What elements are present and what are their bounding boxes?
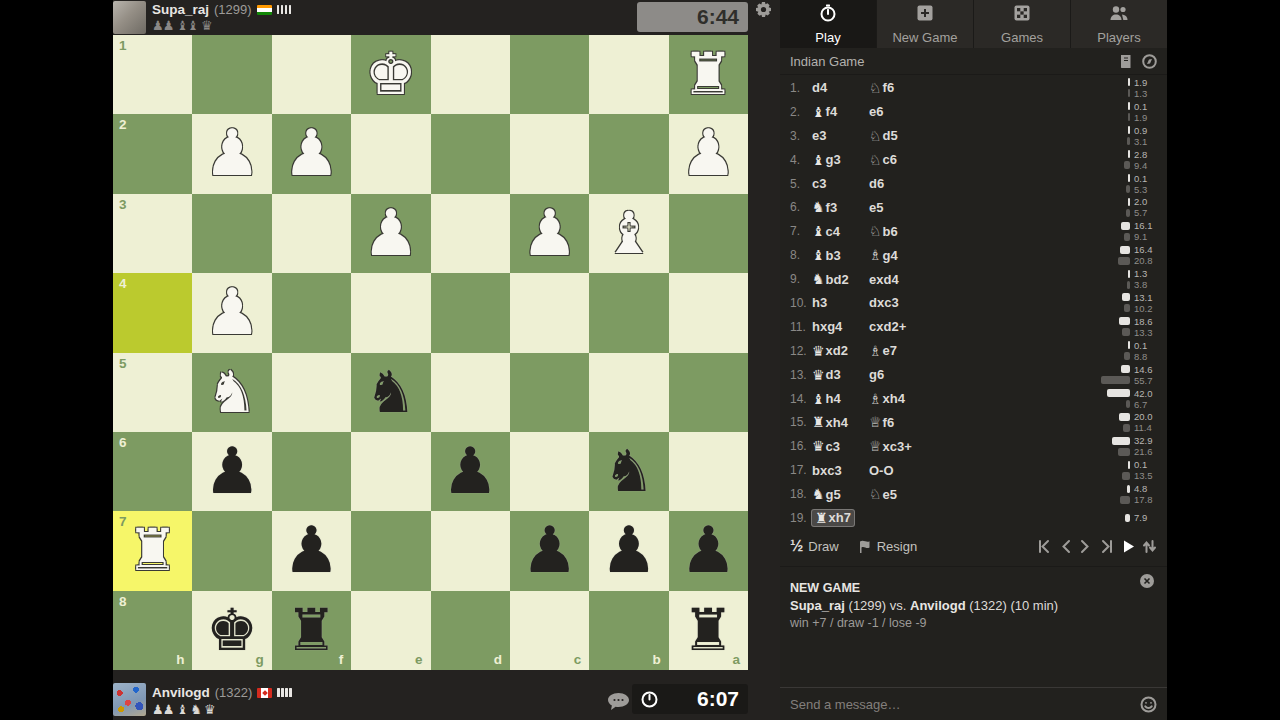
black-knight-b6[interactable]: ♞ xyxy=(589,432,668,511)
time-bar xyxy=(1121,365,1130,373)
move-times: 0.93.1 xyxy=(1127,124,1161,148)
black-move[interactable]: ♘d5 xyxy=(869,128,926,144)
connection-signal-icon xyxy=(277,5,292,14)
time-value: 2.0 xyxy=(1134,196,1161,207)
time-value: 32.9 xyxy=(1134,435,1161,446)
tab-label: Games xyxy=(1001,30,1043,45)
move-row-13: 13.♛d3g614.655.7 xyxy=(780,363,1167,387)
games-grid-icon xyxy=(1013,4,1031,26)
square-h2[interactable]: 2 xyxy=(113,114,192,193)
white-move[interactable]: e3 xyxy=(812,128,869,143)
square-e4[interactable] xyxy=(351,273,430,352)
autoplay-icon[interactable] xyxy=(1122,539,1135,554)
rating-odds: win +7 / draw -1 / lose -9 xyxy=(790,616,1157,630)
black-pawn-a7[interactable]: ♟ xyxy=(669,511,748,590)
move-row-1: 1.d4♘f61.91.3 xyxy=(780,76,1167,100)
time-value: 1.9 xyxy=(1134,112,1161,123)
square-c4[interactable] xyxy=(510,273,589,352)
time-value: 3.1 xyxy=(1134,136,1161,147)
tab-players[interactable]: Players xyxy=(1071,0,1167,48)
square-d6[interactable]: ♟ xyxy=(431,432,510,511)
white-move[interactable]: ♞g5 xyxy=(812,486,869,502)
square-a3[interactable] xyxy=(669,194,748,273)
square-e1[interactable]: ♚ xyxy=(351,35,430,114)
square-d2[interactable] xyxy=(431,114,510,193)
black-move[interactable]: exd4 xyxy=(869,272,926,287)
square-d4[interactable] xyxy=(431,273,510,352)
move-number: 15. xyxy=(790,415,812,429)
white-piece-icon: ♜ xyxy=(812,414,825,430)
square-f3[interactable] xyxy=(272,194,351,273)
move-row-9: 9.♞bd2exd41.33.8 xyxy=(780,267,1167,291)
square-g3[interactable] xyxy=(192,194,271,273)
black-move[interactable]: cxd2+ xyxy=(869,319,926,334)
time-value: 20.0 xyxy=(1134,411,1161,422)
square-a1[interactable]: ♜ xyxy=(669,35,748,114)
square-a6[interactable] xyxy=(669,432,748,511)
time-value: 9.4 xyxy=(1134,160,1161,171)
move-row-11: 11.hxg4cxd2+18.613.3 xyxy=(780,315,1167,339)
square-a5[interactable] xyxy=(669,353,748,432)
move-times: 16.19.1 xyxy=(1121,219,1161,243)
square-a8[interactable]: a♜ xyxy=(669,591,748,670)
square-c8[interactable]: c xyxy=(510,591,589,670)
white-move[interactable]: hxg4 xyxy=(812,319,869,334)
white-move[interactable]: bxc3 xyxy=(812,463,869,478)
go-end-icon[interactable] xyxy=(1099,539,1115,554)
black-move[interactable]: ♕xc3+ xyxy=(869,438,926,454)
move-times: 2.89.4 xyxy=(1124,148,1161,172)
app-window: Supa_raj (1299) ♟♟ ♝♝ ♛ 6:44 1♚♜2♟♟♟3♟♟♝… xyxy=(113,0,1167,720)
time-value: 0.9 xyxy=(1134,125,1161,136)
move-times: 14.655.7 xyxy=(1101,363,1161,387)
square-d7[interactable] xyxy=(431,511,510,590)
matchup-line: Supa_raj (1299) vs. Anvilogd (1322) (10 … xyxy=(790,598,1157,613)
chat-bubble-icon[interactable] xyxy=(607,692,630,711)
white-pawn-g2[interactable]: ♟ xyxy=(192,114,271,193)
time-value: 1.3 xyxy=(1134,88,1161,99)
white-bishop-b3[interactable]: ♝ xyxy=(589,194,668,273)
players-icon xyxy=(1109,4,1129,26)
rank-label: 8 xyxy=(119,594,127,609)
black-move[interactable]: d6 xyxy=(869,176,926,191)
white-rook-a1[interactable]: ♜ xyxy=(669,35,748,114)
tab-games[interactable]: Games xyxy=(974,0,1071,48)
square-f8[interactable]: f♜ xyxy=(272,591,351,670)
player-rating: (1322) xyxy=(215,685,253,700)
move-times: 7.9 xyxy=(1125,506,1161,530)
move-number: 7. xyxy=(790,224,812,238)
square-f7[interactable]: ♟ xyxy=(272,511,351,590)
square-h8[interactable]: 8h xyxy=(113,591,192,670)
move-times: 1.33.8 xyxy=(1127,267,1161,291)
white-knight-g5[interactable]: ♞ xyxy=(192,353,271,432)
move-row-16: 16.♛c3♕xc3+32.921.6 xyxy=(780,434,1167,458)
time-bar xyxy=(1119,317,1130,325)
move-number: 18. xyxy=(790,487,812,501)
canada-flag-icon xyxy=(257,688,272,698)
rank-label: 6 xyxy=(119,435,127,450)
file-label: c xyxy=(574,652,582,667)
explorer-compass-icon[interactable] xyxy=(1142,54,1157,69)
move-number: 19. xyxy=(790,511,812,525)
white-rook-h7[interactable]: ♜ xyxy=(113,511,192,590)
player-clock: 6:07 xyxy=(632,684,748,714)
board-column: Supa_raj (1299) ♟♟ ♝♝ ♛ 6:44 1♚♜2♟♟♟3♟♟♝… xyxy=(113,0,780,720)
move-number: 2. xyxy=(790,105,812,119)
move-times: 42.06.7 xyxy=(1107,387,1161,411)
black-move[interactable]: e6 xyxy=(869,104,926,119)
black-move[interactable]: ♘b6 xyxy=(869,223,926,239)
black-move[interactable]: ♘c6 xyxy=(869,152,926,168)
draw-button[interactable]: Draw xyxy=(808,539,838,554)
game-controls: ½ Draw Resign xyxy=(780,533,1167,559)
move-row-15: 15.♜xh4♕f620.011.4 xyxy=(780,410,1167,434)
black-knight-e5[interactable]: ♞ xyxy=(351,353,430,432)
white-move[interactable]: ♛xd2 xyxy=(812,343,869,359)
black-move[interactable]: g6 xyxy=(869,367,926,382)
black-rook-f8[interactable]: ♜ xyxy=(272,591,351,670)
move-navigation xyxy=(1036,539,1157,554)
move-row-2: 2.♝f4e60.11.9 xyxy=(780,100,1167,124)
square-g1[interactable] xyxy=(192,35,271,114)
white-pawn-f2[interactable]: ♟ xyxy=(272,114,351,193)
square-f1[interactable] xyxy=(272,35,351,114)
square-h7[interactable]: 7♜ xyxy=(113,511,192,590)
square-b5[interactable] xyxy=(589,353,668,432)
move-row-3: 3.e3♘d50.93.1 xyxy=(780,124,1167,148)
white-pawn-g4[interactable]: ♟ xyxy=(192,273,271,352)
time-bar xyxy=(1107,389,1130,397)
square-d5[interactable] xyxy=(431,353,510,432)
white-move[interactable]: h3 xyxy=(812,295,869,310)
chess-app-screenshot: Supa_raj (1299) ♟♟ ♝♝ ♛ 6:44 1♚♜2♟♟♟3♟♟♝… xyxy=(0,0,1280,720)
move-times: 0.11.9 xyxy=(1128,100,1161,124)
square-c6[interactable] xyxy=(510,432,589,511)
move-times: 0.113.5 xyxy=(1122,458,1161,482)
square-f5[interactable] xyxy=(272,353,351,432)
white-piece-icon: ♛ xyxy=(812,367,825,383)
chat-input[interactable]: Send a message… xyxy=(790,697,1140,712)
white-move[interactable]: ♛c3 xyxy=(812,438,869,454)
square-g7[interactable] xyxy=(192,511,271,590)
time-value: 0.1 xyxy=(1134,340,1161,351)
tab-label: New Game xyxy=(892,30,957,45)
white-move[interactable]: ♝h4 xyxy=(812,391,869,407)
stopwatch-icon xyxy=(819,4,837,26)
white-move[interactable]: ♝g3 xyxy=(812,152,869,168)
player-name[interactable]: Supa_raj xyxy=(152,2,209,17)
square-h1[interactable]: 1 xyxy=(113,35,192,114)
time-bar xyxy=(1122,328,1130,336)
player-info: Supa_raj (1299) xyxy=(152,2,291,17)
black-king-g8[interactable]: ♚ xyxy=(192,591,271,670)
time-value: 42.0 xyxy=(1134,388,1161,399)
time-bar xyxy=(1128,150,1130,158)
white-move[interactable]: ♞bd2 xyxy=(812,271,869,287)
white-piece-icon: ♞ xyxy=(812,199,825,215)
time-bar xyxy=(1122,472,1130,480)
white-move[interactable]: ♛d3 xyxy=(812,367,869,383)
square-b3[interactable]: ♝ xyxy=(589,194,668,273)
white-move[interactable]: ♝c4 xyxy=(812,223,869,239)
white-piece-icon: ♝ xyxy=(812,247,825,263)
time-value: 10.2 xyxy=(1134,303,1161,314)
time-value: 0.1 xyxy=(1134,101,1161,112)
square-b6[interactable]: ♞ xyxy=(589,432,668,511)
square-e3[interactable]: ♟ xyxy=(351,194,430,273)
clock-icon xyxy=(641,691,658,708)
player-info: Anvilogd (1322) xyxy=(152,685,292,700)
time-bar xyxy=(1124,233,1130,241)
time-bar xyxy=(1120,496,1130,504)
tab-play[interactable]: Play xyxy=(780,0,877,48)
move-row-19: 19.♜xh77.9 xyxy=(780,506,1167,530)
white-move[interactable]: c3 xyxy=(812,176,869,191)
tab-label: Players xyxy=(1097,30,1140,45)
move-times: 16.420.8 xyxy=(1118,243,1161,267)
time-bar xyxy=(1123,424,1130,432)
move-number: 1. xyxy=(790,81,812,95)
new-game-section: NEW GAME Supa_raj (1299) vs. Anvilogd (1… xyxy=(780,566,1167,630)
white-move[interactable]: ♜xh7 xyxy=(812,510,869,526)
time-value: 18.6 xyxy=(1134,316,1161,327)
square-b1[interactable] xyxy=(589,35,668,114)
move-number: 9. xyxy=(790,272,812,286)
time-value: 13.5 xyxy=(1134,470,1161,481)
black-move[interactable]: dxc3 xyxy=(869,295,926,310)
white-piece-icon: ♝ xyxy=(812,391,825,407)
move-number: 14. xyxy=(790,392,812,406)
time-bar xyxy=(1124,161,1130,169)
time-value: 2.8 xyxy=(1134,149,1161,160)
square-g2[interactable]: ♟ xyxy=(192,114,271,193)
chat-muted-icon[interactable] xyxy=(1139,573,1155,589)
square-e8[interactable]: e xyxy=(351,591,430,670)
black-pawn-c7[interactable]: ♟ xyxy=(510,511,589,590)
flip-board-icon[interactable] xyxy=(1142,539,1157,554)
square-h4[interactable]: 4 xyxy=(113,273,192,352)
move-row-18: 18.♞g5♘e54.817.8 xyxy=(780,482,1167,506)
black-move[interactable]: ♗e7 xyxy=(869,343,926,359)
back-icon[interactable] xyxy=(1059,539,1072,554)
square-h5[interactable]: 5 xyxy=(113,353,192,432)
black-piece-icon: ♘ xyxy=(869,152,882,168)
square-c3[interactable]: ♟ xyxy=(510,194,589,273)
black-piece-icon: ♗ xyxy=(869,343,882,359)
black-piece-icon: ♘ xyxy=(869,486,882,502)
opening-name: Indian Game xyxy=(790,54,1118,69)
opponent-bar: Supa_raj (1299) ♟♟ ♝♝ ♛ 6:44 xyxy=(113,0,780,35)
white-piece-icon: ♞ xyxy=(812,271,825,287)
resign-button[interactable]: Resign xyxy=(877,539,917,554)
move-number: 6. xyxy=(790,200,812,214)
connection-signal-icon xyxy=(277,688,292,697)
black-pawn-b7[interactable]: ♟ xyxy=(589,511,668,590)
square-d8[interactable]: d xyxy=(431,591,510,670)
go-start-icon[interactable] xyxy=(1036,539,1052,554)
square-d1[interactable] xyxy=(431,35,510,114)
black-pawn-d6[interactable]: ♟ xyxy=(431,432,510,511)
square-g8[interactable]: g♚ xyxy=(192,591,271,670)
tab-new-game[interactable]: New Game xyxy=(877,0,974,48)
square-e7[interactable] xyxy=(351,511,430,590)
square-d3[interactable] xyxy=(431,194,510,273)
black-move[interactable]: e5 xyxy=(869,200,926,215)
move-times: 0.18.8 xyxy=(1124,339,1161,363)
time-bar xyxy=(1128,113,1130,121)
black-piece-icon: ♘ xyxy=(869,128,882,144)
square-c1[interactable] xyxy=(510,35,589,114)
white-piece-icon: ♝ xyxy=(812,223,825,239)
square-e2[interactable] xyxy=(351,114,430,193)
square-h6[interactable]: 6 xyxy=(113,432,192,511)
time-bar xyxy=(1126,209,1130,217)
white-move[interactable]: ♝b3 xyxy=(812,247,869,263)
square-b8[interactable]: b xyxy=(589,591,668,670)
move-times: 20.011.4 xyxy=(1119,410,1161,434)
time-bar xyxy=(1118,448,1130,456)
square-g4[interactable]: ♟ xyxy=(192,273,271,352)
player-bar: Anvilogd (1322) ♟♟ ♝ ♞ ♛ 6:07 xyxy=(113,683,780,718)
time-bar xyxy=(1112,437,1130,445)
time-bar xyxy=(1128,198,1130,206)
file-label: h xyxy=(176,652,184,667)
time-value: 3.8 xyxy=(1134,279,1161,290)
time-bar xyxy=(1128,174,1130,182)
black-rook-a8[interactable]: ♜ xyxy=(669,591,748,670)
opening-row: Indian Game xyxy=(780,48,1167,75)
square-g6[interactable]: ♟ xyxy=(192,432,271,511)
time-value: 13.3 xyxy=(1134,327,1161,338)
time-value: 14.6 xyxy=(1134,364,1161,375)
time-value: 9.1 xyxy=(1134,231,1161,242)
move-times: 0.15.3 xyxy=(1126,172,1161,196)
rank-label: 4 xyxy=(119,276,127,291)
white-piece-icon: ♝ xyxy=(812,104,825,120)
square-c5[interactable] xyxy=(510,353,589,432)
player-clock-time: 6:07 xyxy=(697,687,739,711)
move-times: 32.921.6 xyxy=(1112,434,1161,458)
square-a4[interactable] xyxy=(669,273,748,352)
time-bar xyxy=(1127,485,1130,493)
time-bar xyxy=(1126,185,1130,193)
time-value: 16.4 xyxy=(1134,244,1161,255)
time-value: 55.7 xyxy=(1134,375,1161,386)
opponent-clock: 6:44 xyxy=(637,2,748,32)
square-f6[interactable] xyxy=(272,432,351,511)
opening-book-icon[interactable] xyxy=(1118,54,1133,69)
player-name[interactable]: Anvilogd xyxy=(152,685,210,700)
resign-flag-icon[interactable] xyxy=(857,539,872,554)
white-king-e1[interactable]: ♚ xyxy=(351,35,430,114)
tab-label: Play xyxy=(815,30,840,45)
time-value: 4.8 xyxy=(1134,483,1161,494)
white-move[interactable]: d4 xyxy=(812,80,869,95)
time-bar xyxy=(1127,137,1130,145)
black-move[interactable]: ♗xh4 xyxy=(869,391,926,407)
time-value: 20.8 xyxy=(1134,255,1161,266)
white-pawn-a2[interactable]: ♟ xyxy=(669,114,748,193)
white-piece-icon: ♝ xyxy=(812,152,825,168)
move-row-6: 6.♞f3e52.05.7 xyxy=(780,195,1167,219)
time-bar xyxy=(1121,222,1130,230)
move-number: 16. xyxy=(790,439,812,453)
forward-icon[interactable] xyxy=(1079,539,1092,554)
white-pawn-c3[interactable]: ♟ xyxy=(510,194,589,273)
square-h3[interactable]: 3 xyxy=(113,194,192,273)
time-bar xyxy=(1125,514,1130,522)
square-e5[interactable]: ♞ xyxy=(351,353,430,432)
time-bar xyxy=(1128,126,1130,134)
captured-pieces: ♟♟ ♝♝ ♛ xyxy=(152,18,212,33)
white-piece-icon: ♛ xyxy=(812,343,825,359)
time-value: 13.1 xyxy=(1134,292,1161,303)
sidebar-tabs: PlayNew GameGamesPlayers xyxy=(780,0,1167,48)
settings-gear-icon[interactable] xyxy=(755,2,772,19)
black-piece-icon: ♕ xyxy=(869,414,882,430)
black-move[interactable]: ♘e5 xyxy=(869,486,926,502)
square-a7[interactable]: ♟ xyxy=(669,511,748,590)
square-b2[interactable] xyxy=(589,114,668,193)
square-f4[interactable] xyxy=(272,273,351,352)
square-f2[interactable]: ♟ xyxy=(272,114,351,193)
square-a2[interactable]: ♟ xyxy=(669,114,748,193)
time-value: 8.8 xyxy=(1134,351,1161,362)
black-move[interactable]: ♗g4 xyxy=(869,247,926,263)
black-move[interactable]: ♕f6 xyxy=(869,414,926,430)
time-bar xyxy=(1128,89,1130,97)
chat-input-bar: Send a message… xyxy=(780,687,1167,720)
draw-half-glyph[interactable]: ½ xyxy=(790,537,803,555)
time-bar xyxy=(1128,270,1130,278)
move-times: 4.817.8 xyxy=(1120,482,1161,506)
avatar[interactable] xyxy=(113,1,146,34)
move-number: 12. xyxy=(790,344,812,358)
time-bar xyxy=(1120,246,1130,254)
avatar[interactable] xyxy=(113,683,146,716)
game-sidebar: PlayNew GameGamesPlayers Indian Game 1.d… xyxy=(780,0,1167,720)
captured-pieces: ♟♟ ♝ ♞ ♛ xyxy=(152,702,215,717)
square-b7[interactable]: ♟ xyxy=(589,511,668,590)
black-move[interactable]: O-O xyxy=(869,463,926,478)
black-piece-icon: ♗ xyxy=(869,247,882,263)
time-bar xyxy=(1128,461,1130,469)
black-pawn-f7[interactable]: ♟ xyxy=(272,511,351,590)
white-move[interactable]: ♜xh4 xyxy=(812,414,869,430)
white-piece-icon: ♛ xyxy=(812,438,825,454)
white-move[interactable]: ♝f4 xyxy=(812,104,869,120)
chess-board: 1♚♜2♟♟♟3♟♟♝4♟5♞♞6♟♟♞7♜♟♟♟♟8hg♚f♜edcba♜ xyxy=(113,35,748,670)
black-piece-icon: ♘ xyxy=(869,80,882,96)
time-bar xyxy=(1118,257,1130,265)
square-c2[interactable] xyxy=(510,114,589,193)
square-e6[interactable] xyxy=(351,432,430,511)
square-g5[interactable]: ♞ xyxy=(192,353,271,432)
black-move[interactable]: ♘f6 xyxy=(869,80,926,96)
time-bar xyxy=(1124,304,1130,312)
black-piece-icon: ♘ xyxy=(869,223,882,239)
square-c7[interactable]: ♟ xyxy=(510,511,589,590)
move-number: 10. xyxy=(790,296,812,310)
emoji-smiley-icon[interactable] xyxy=(1140,696,1157,713)
time-value: 5.3 xyxy=(1134,184,1161,195)
time-value: 21.6 xyxy=(1134,446,1161,457)
white-move[interactable]: ♞f3 xyxy=(812,199,869,215)
black-pawn-g6[interactable]: ♟ xyxy=(192,432,271,511)
white-pawn-e3[interactable]: ♟ xyxy=(351,194,430,273)
square-b4[interactable] xyxy=(589,273,668,352)
